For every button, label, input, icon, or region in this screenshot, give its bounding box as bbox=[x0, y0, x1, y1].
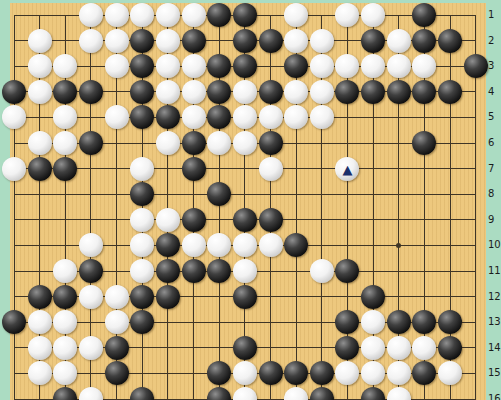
white-stone[interactable] bbox=[28, 80, 52, 104]
black-stone[interactable] bbox=[233, 285, 257, 309]
white-stone[interactable] bbox=[310, 29, 334, 53]
black-stone[interactable] bbox=[2, 80, 26, 104]
white-stone[interactable] bbox=[182, 3, 206, 27]
white-stone[interactable] bbox=[79, 285, 103, 309]
black-stone[interactable] bbox=[207, 3, 231, 27]
white-stone[interactable] bbox=[156, 29, 180, 53]
white-stone[interactable] bbox=[233, 80, 257, 104]
row-number-label: 6 bbox=[488, 137, 501, 149]
white-stone[interactable] bbox=[182, 54, 206, 78]
black-stone[interactable] bbox=[259, 361, 283, 385]
black-stone[interactable] bbox=[182, 208, 206, 232]
white-stone[interactable] bbox=[182, 80, 206, 104]
black-stone[interactable] bbox=[259, 29, 283, 53]
white-stone[interactable] bbox=[105, 310, 129, 334]
white-stone[interactable] bbox=[130, 208, 154, 232]
go-game-screenshot: 12345678910111213141516▲ bbox=[0, 0, 501, 400]
row-number-label: 10 bbox=[488, 239, 501, 251]
white-stone[interactable] bbox=[79, 336, 103, 360]
triangle-marker-icon: ▲ bbox=[335, 157, 359, 181]
white-stone[interactable] bbox=[105, 29, 129, 53]
black-stone[interactable] bbox=[361, 29, 385, 53]
black-stone[interactable] bbox=[2, 310, 26, 334]
row-number-label: 11 bbox=[488, 265, 501, 277]
white-stone[interactable] bbox=[259, 157, 283, 181]
white-stone[interactable] bbox=[284, 29, 308, 53]
white-stone[interactable] bbox=[284, 3, 308, 27]
white-stone[interactable] bbox=[28, 131, 52, 155]
black-stone[interactable] bbox=[156, 285, 180, 309]
row-number-label: 5 bbox=[488, 111, 501, 123]
white-stone[interactable] bbox=[28, 54, 52, 78]
row-number-label: 16 bbox=[488, 393, 501, 400]
black-stone[interactable] bbox=[233, 3, 257, 27]
grid-line-horizontal bbox=[14, 168, 476, 169]
white-stone[interactable] bbox=[79, 29, 103, 53]
white-stone[interactable] bbox=[28, 336, 52, 360]
black-stone[interactable] bbox=[233, 336, 257, 360]
black-stone[interactable] bbox=[259, 80, 283, 104]
white-stone[interactable] bbox=[310, 80, 334, 104]
black-stone[interactable] bbox=[464, 54, 488, 78]
white-stone[interactable] bbox=[182, 233, 206, 257]
row-number-label: 1 bbox=[488, 9, 501, 21]
black-stone[interactable] bbox=[387, 310, 411, 334]
black-stone[interactable] bbox=[79, 259, 103, 283]
black-stone[interactable] bbox=[130, 80, 154, 104]
white-stone[interactable] bbox=[361, 336, 385, 360]
white-stone[interactable] bbox=[105, 3, 129, 27]
black-stone[interactable] bbox=[182, 157, 206, 181]
black-stone[interactable] bbox=[259, 131, 283, 155]
black-stone[interactable] bbox=[361, 285, 385, 309]
white-stone[interactable] bbox=[53, 336, 77, 360]
row-number-label: 4 bbox=[488, 86, 501, 98]
white-stone[interactable] bbox=[233, 131, 257, 155]
white-stone[interactable] bbox=[361, 3, 385, 27]
row-number-label: 15 bbox=[488, 367, 501, 379]
black-stone[interactable] bbox=[182, 131, 206, 155]
row-number-label: 8 bbox=[488, 188, 501, 200]
white-stone[interactable] bbox=[2, 157, 26, 181]
white-stone[interactable] bbox=[310, 54, 334, 78]
black-stone[interactable] bbox=[79, 131, 103, 155]
white-stone[interactable] bbox=[156, 208, 180, 232]
white-stone[interactable] bbox=[79, 3, 103, 27]
black-stone[interactable] bbox=[79, 80, 103, 104]
white-stone[interactable] bbox=[259, 233, 283, 257]
row-number-label: 9 bbox=[488, 214, 501, 226]
black-stone[interactable] bbox=[28, 285, 52, 309]
black-stone[interactable] bbox=[105, 361, 129, 385]
white-stone[interactable] bbox=[28, 310, 52, 334]
black-stone[interactable] bbox=[233, 208, 257, 232]
row-number-label: 7 bbox=[488, 163, 501, 175]
black-stone[interactable] bbox=[130, 285, 154, 309]
black-stone[interactable] bbox=[130, 29, 154, 53]
triangle-marked-white-stone[interactable]: ▲ bbox=[335, 157, 359, 181]
black-stone[interactable] bbox=[207, 80, 231, 104]
black-stone[interactable] bbox=[361, 80, 385, 104]
black-stone[interactable] bbox=[53, 80, 77, 104]
black-stone[interactable] bbox=[259, 208, 283, 232]
grid-line-vertical bbox=[14, 15, 15, 400]
black-stone[interactable] bbox=[53, 157, 77, 181]
white-stone[interactable] bbox=[387, 29, 411, 53]
white-stone[interactable] bbox=[105, 285, 129, 309]
black-stone[interactable] bbox=[438, 336, 462, 360]
white-stone[interactable] bbox=[105, 105, 129, 129]
row-number-label: 3 bbox=[488, 60, 501, 72]
white-stone[interactable] bbox=[28, 29, 52, 53]
white-stone[interactable] bbox=[156, 54, 180, 78]
white-stone[interactable] bbox=[387, 361, 411, 385]
black-stone[interactable] bbox=[182, 29, 206, 53]
black-stone[interactable] bbox=[438, 80, 462, 104]
white-stone[interactable] bbox=[233, 259, 257, 283]
row-number-label: 14 bbox=[488, 342, 501, 354]
grid-line-horizontal bbox=[14, 194, 476, 195]
black-stone[interactable] bbox=[28, 157, 52, 181]
white-stone[interactable] bbox=[182, 105, 206, 129]
white-stone[interactable] bbox=[105, 54, 129, 78]
black-stone[interactable] bbox=[233, 29, 257, 53]
white-stone[interactable] bbox=[207, 131, 231, 155]
black-stone[interactable] bbox=[387, 80, 411, 104]
row-number-label: 13 bbox=[488, 316, 501, 328]
black-stone[interactable] bbox=[182, 259, 206, 283]
white-stone[interactable] bbox=[28, 361, 52, 385]
white-stone[interactable] bbox=[284, 80, 308, 104]
margin-strip-left bbox=[0, 0, 10, 400]
black-stone[interactable] bbox=[207, 259, 231, 283]
row-number-label: 2 bbox=[488, 35, 501, 47]
black-stone[interactable] bbox=[53, 285, 77, 309]
black-stone[interactable] bbox=[105, 336, 129, 360]
black-stone[interactable] bbox=[438, 29, 462, 53]
white-stone[interactable] bbox=[156, 3, 180, 27]
black-stone[interactable] bbox=[233, 54, 257, 78]
star-point bbox=[396, 243, 401, 248]
white-stone[interactable] bbox=[259, 105, 283, 129]
white-stone[interactable] bbox=[310, 259, 334, 283]
white-stone[interactable] bbox=[387, 54, 411, 78]
white-stone[interactable] bbox=[130, 157, 154, 181]
white-stone[interactable] bbox=[156, 131, 180, 155]
black-stone[interactable] bbox=[412, 29, 436, 53]
white-stone[interactable] bbox=[156, 80, 180, 104]
black-stone[interactable] bbox=[156, 259, 180, 283]
white-stone[interactable] bbox=[387, 336, 411, 360]
row-number-label: 12 bbox=[488, 291, 501, 303]
